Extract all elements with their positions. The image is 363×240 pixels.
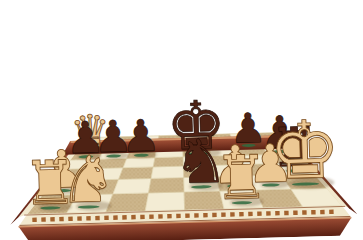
- square-b4: [93, 158, 127, 168]
- meander-motif: [329, 210, 334, 215]
- square-d4: [153, 157, 183, 167]
- meander-motif: [32, 218, 37, 223]
- square-c2: [113, 178, 152, 193]
- meander-motif: [140, 215, 145, 220]
- meander-motif: [248, 212, 253, 217]
- board-tilt-wrapper: ♛♟♟♟♟♚♟♜♞♟♟♟♚♜♞♜: [0, 0, 363, 240]
- meander-motif: [275, 211, 280, 216]
- meander-motif: [239, 212, 244, 217]
- meander-motif: [185, 213, 190, 218]
- meander-motif: [176, 214, 181, 219]
- meander-motif: [320, 210, 325, 215]
- square-f3: [214, 164, 249, 176]
- meander-motif: [113, 215, 118, 220]
- square-f4: [211, 155, 243, 165]
- chess-photo: ♛♟♟♟♟♚♟♜♞♟♟♟♚♜♞♜: [0, 0, 363, 240]
- chess-board: [0, 0, 363, 240]
- meander-motif: [221, 212, 226, 217]
- meander-motif: [158, 214, 163, 219]
- meander-motif: [149, 214, 154, 219]
- meander-motif: [212, 213, 217, 218]
- square-e1: [184, 191, 224, 210]
- meander-motif: [122, 215, 127, 220]
- square-d2: [148, 178, 184, 193]
- meander-motif: [95, 216, 100, 221]
- meander-motif: [59, 217, 64, 222]
- square-e3: [183, 165, 216, 177]
- meander-motif: [302, 210, 307, 215]
- meander-motif: [50, 217, 55, 222]
- meander-motif: [68, 217, 73, 222]
- square-c4: [123, 158, 155, 168]
- meander-motif: [167, 214, 172, 219]
- meander-motif: [194, 213, 199, 218]
- meander-motif: [230, 212, 235, 217]
- meander-motif: [257, 211, 262, 216]
- meander-motif: [293, 210, 298, 215]
- meander-motif: [284, 211, 289, 216]
- square-d3: [151, 166, 184, 178]
- meander-motif: [77, 216, 82, 221]
- square-c3: [118, 167, 153, 179]
- meander-motif: [203, 213, 208, 218]
- meander-motif: [104, 216, 109, 221]
- meander-motif: [131, 215, 136, 220]
- meander-motif: [266, 211, 271, 216]
- square-d1: [145, 192, 185, 211]
- meander-motif: [86, 216, 91, 221]
- square-c1: [105, 193, 149, 212]
- meander-motif: [41, 217, 46, 222]
- meander-motif: [311, 210, 316, 215]
